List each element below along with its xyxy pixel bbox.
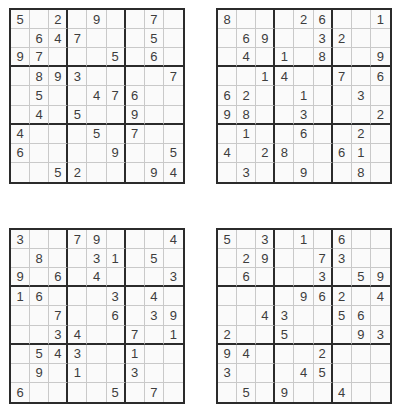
cell-r5c7[interactable] [126, 306, 145, 325]
cell-r7c1: 9 [218, 345, 237, 364]
cell-r7c8[interactable] [352, 345, 371, 364]
cell-r6c3[interactable] [256, 106, 275, 125]
cell-r5c2[interactable] [30, 306, 49, 325]
cell-r5c6[interactable] [314, 306, 333, 325]
cell-r9c7: 4 [333, 383, 352, 402]
cell-r9c2[interactable] [30, 163, 49, 182]
cell-r8c7[interactable] [333, 364, 352, 383]
cell-r1c1: 3 [11, 230, 30, 249]
cell-r9c1[interactable] [218, 163, 237, 182]
cell-r7c2: 1 [237, 125, 256, 144]
cell-r2c9[interactable] [371, 249, 390, 268]
cell-r7c5[interactable] [87, 345, 106, 364]
cell-r2c9[interactable] [371, 29, 390, 48]
cell-r4c7: 7 [333, 67, 352, 86]
cell-r5c6: 6 [107, 306, 126, 325]
cell-r4c7[interactable] [126, 287, 145, 306]
cell-r8c5: 4 [294, 364, 313, 383]
cell-r9c1[interactable] [11, 163, 30, 182]
cell-r1c7[interactable] [126, 10, 145, 29]
cell-r8c2[interactable] [237, 144, 256, 163]
cell-r7c5: 6 [294, 125, 313, 144]
cell-r9c6[interactable] [314, 383, 333, 402]
cell-r9c2[interactable] [30, 383, 49, 402]
cell-r6c2: 8 [237, 106, 256, 125]
cell-r9c1: 6 [11, 383, 30, 402]
cell-r3c6[interactable] [107, 268, 126, 287]
cell-r8c8: 1 [352, 144, 371, 163]
cell-r2c3: 9 [256, 29, 275, 48]
cell-r9c8: 8 [352, 163, 371, 182]
cell-r2c5[interactable] [294, 29, 313, 48]
cell-r8c5[interactable] [294, 144, 313, 163]
cell-r6c2[interactable] [30, 326, 49, 345]
cell-r6c7[interactable] [333, 106, 352, 125]
cell-r7c6[interactable] [314, 125, 333, 144]
cell-r1c1: 5 [218, 230, 237, 249]
cell-r6c8[interactable] [145, 106, 164, 125]
cell-r6c3: 3 [49, 326, 68, 345]
cell-r6c6[interactable] [314, 326, 333, 345]
cell-r9c7[interactable] [126, 383, 145, 402]
cell-r5c1[interactable] [11, 86, 30, 105]
cell-r9c4[interactable] [275, 163, 294, 182]
cell-r4c1[interactable] [218, 287, 237, 306]
cell-r3c5[interactable] [294, 48, 313, 67]
cell-r2c8[interactable] [352, 29, 371, 48]
cell-r1c6[interactable] [107, 10, 126, 29]
cell-r4c4[interactable] [275, 287, 294, 306]
cell-r1c8[interactable] [145, 230, 164, 249]
cell-r4c1: 1 [11, 287, 30, 306]
cell-r3c1[interactable] [218, 268, 237, 287]
cell-r3c7[interactable] [126, 268, 145, 287]
cell-r6c8[interactable] [145, 326, 164, 345]
cell-r2c2: 6 [237, 29, 256, 48]
cell-r4c2[interactable] [237, 67, 256, 86]
cell-r6c3[interactable] [256, 326, 275, 345]
cell-r1c5: 1 [294, 230, 313, 249]
cell-r6c6[interactable] [107, 326, 126, 345]
cell-r2c8[interactable] [352, 249, 371, 268]
cell-r2c7: 2 [333, 29, 352, 48]
cell-r2c3: 4 [49, 29, 68, 48]
cell-r3c3: 6 [49, 268, 68, 287]
cell-r9c3: 5 [49, 163, 68, 182]
cell-r2c1[interactable] [218, 249, 237, 268]
cell-r8c2[interactable] [30, 144, 49, 163]
cell-r7c8: 2 [352, 125, 371, 144]
cell-r7c9[interactable] [164, 125, 183, 144]
cell-r4c6[interactable] [107, 67, 126, 86]
cell-r2c7[interactable] [126, 249, 145, 268]
cell-r4c8[interactable] [145, 67, 164, 86]
cell-r5c7: 5 [333, 306, 352, 325]
cell-r1c2[interactable] [30, 10, 49, 29]
cell-r8c4[interactable] [275, 364, 294, 383]
cell-r2c6: 1 [107, 249, 126, 268]
cell-r8c3: 2 [256, 144, 275, 163]
sudoku-sheet: 529764759756893754764594576955294 826169… [0, 0, 400, 413]
cell-r2c4[interactable] [275, 249, 294, 268]
cell-r8c1[interactable] [11, 364, 30, 383]
cell-r8c4: 8 [275, 144, 294, 163]
cell-r7c8[interactable] [145, 345, 164, 364]
cell-r1c6[interactable] [314, 230, 333, 249]
cell-r8c3[interactable] [49, 144, 68, 163]
cell-r5c5[interactable] [87, 306, 106, 325]
cell-r6c1: 2 [218, 326, 237, 345]
cell-r7c9[interactable] [371, 125, 390, 144]
cell-r2c5[interactable] [87, 29, 106, 48]
cell-r3c5[interactable] [87, 48, 106, 67]
cell-r3c4[interactable] [275, 268, 294, 287]
cell-r6c8[interactable] [352, 106, 371, 125]
cell-r4c2[interactable] [237, 287, 256, 306]
cell-r2c3[interactable] [49, 249, 68, 268]
cell-r9c8: 7 [145, 383, 164, 402]
cell-r5c4[interactable] [275, 86, 294, 105]
cell-r5c4: 3 [275, 306, 294, 325]
cell-r3c7[interactable] [333, 48, 352, 67]
cell-r1c4[interactable] [275, 230, 294, 249]
cell-r3c7[interactable] [333, 268, 352, 287]
cell-r7c6[interactable] [107, 125, 126, 144]
cell-r1c6: 6 [314, 10, 333, 29]
cell-r8c6: 9 [107, 144, 126, 163]
cell-r5c5[interactable] [294, 306, 313, 325]
cell-r4c8: 4 [145, 287, 164, 306]
cell-r1c5: 9 [87, 230, 106, 249]
cell-r6c8: 9 [352, 326, 371, 345]
cell-r9c7[interactable] [333, 163, 352, 182]
cell-r3c2: 7 [30, 48, 49, 67]
cell-r4c7[interactable] [126, 67, 145, 86]
cell-r2c1[interactable] [218, 29, 237, 48]
cell-r3c7[interactable] [126, 48, 145, 67]
cell-r9c1[interactable] [218, 383, 237, 402]
cell-r9c6[interactable] [107, 163, 126, 182]
cell-r7c3[interactable] [256, 125, 275, 144]
cell-r1c2[interactable] [237, 230, 256, 249]
cell-r8c4[interactable] [68, 144, 87, 163]
cell-r5c4[interactable] [68, 86, 87, 105]
cell-r1c7[interactable] [333, 10, 352, 29]
cell-r6c1[interactable] [11, 326, 30, 345]
cell-r4c3[interactable] [256, 287, 275, 306]
cell-r9c7[interactable] [126, 163, 145, 182]
cell-r4c3[interactable] [49, 287, 68, 306]
cell-r7c5[interactable] [294, 345, 313, 364]
cell-r7c3[interactable] [256, 345, 275, 364]
cell-r1c9[interactable] [164, 10, 183, 29]
cell-r8c7: 6 [333, 144, 352, 163]
cell-r3c9: 9 [371, 48, 390, 67]
cell-r7c6[interactable] [107, 345, 126, 364]
cell-r8c1: 3 [218, 364, 237, 383]
cell-r1c6[interactable] [107, 230, 126, 249]
cell-r6c5[interactable] [87, 326, 106, 345]
cell-r7c4: 3 [68, 345, 87, 364]
cell-r6c9: 2 [371, 106, 390, 125]
cell-r7c5: 5 [87, 125, 106, 144]
cell-r7c6: 2 [314, 345, 333, 364]
cell-r3c2: 4 [237, 48, 256, 67]
cell-r7c4[interactable] [275, 345, 294, 364]
cell-r3c3[interactable] [256, 48, 275, 67]
cell-r9c8[interactable] [352, 383, 371, 402]
cell-r8c3[interactable] [256, 364, 275, 383]
cell-r4c8[interactable] [352, 287, 371, 306]
cell-r8c8[interactable] [145, 144, 164, 163]
cell-r6c5: 3 [294, 106, 313, 125]
cell-r6c6[interactable] [314, 106, 333, 125]
cell-r5c8: 3 [352, 86, 371, 105]
cell-r9c5: 9 [294, 163, 313, 182]
cell-r2c8: 5 [145, 29, 164, 48]
cell-r9c4: 2 [68, 163, 87, 182]
cell-r5c2[interactable] [237, 306, 256, 325]
cell-r5c2: 2 [237, 86, 256, 105]
cell-r3c5[interactable] [294, 268, 313, 287]
cell-r3c3[interactable] [49, 48, 68, 67]
cell-r2c4: 7 [68, 29, 87, 48]
cell-r8c6[interactable] [314, 144, 333, 163]
cell-r4c5[interactable] [294, 67, 313, 86]
cell-r5c1[interactable] [11, 306, 30, 325]
cell-r4c1[interactable] [11, 67, 30, 86]
cell-r5c3: 4 [256, 306, 275, 325]
cell-r9c5[interactable] [87, 383, 106, 402]
cell-r2c9[interactable] [164, 249, 183, 268]
cell-r8c2: 9 [30, 364, 49, 383]
cell-r9c9[interactable] [371, 383, 390, 402]
cell-r2c2: 8 [30, 249, 49, 268]
cell-r2c6[interactable] [107, 29, 126, 48]
cell-r6c1: 9 [218, 106, 237, 125]
cell-r6c2[interactable] [237, 326, 256, 345]
cell-r9c9[interactable] [371, 163, 390, 182]
cell-r1c3: 2 [49, 10, 68, 29]
cell-r5c8: 6 [352, 306, 371, 325]
cell-r9c6[interactable] [314, 163, 333, 182]
cell-r8c5[interactable] [87, 364, 106, 383]
cell-r2c2: 2 [237, 249, 256, 268]
cell-r4c4: 4 [275, 67, 294, 86]
cell-r1c4[interactable] [275, 10, 294, 29]
cell-r3c9[interactable] [164, 48, 183, 67]
cell-r3c1: 9 [11, 268, 30, 287]
cell-r2c8: 5 [145, 249, 164, 268]
cell-r6c5[interactable] [294, 326, 313, 345]
cell-r8c3[interactable] [49, 364, 68, 383]
cell-r6c9: 3 [371, 326, 390, 345]
cell-r8c7[interactable] [126, 144, 145, 163]
cell-r8c1: 6 [11, 144, 30, 163]
cell-r9c2: 3 [237, 163, 256, 182]
cell-r3c2: 6 [237, 268, 256, 287]
cell-r7c9[interactable] [164, 345, 183, 364]
cell-r1c7: 6 [333, 230, 352, 249]
cell-r4c4[interactable] [68, 287, 87, 306]
cell-r5c5: 1 [294, 86, 313, 105]
cell-r5c2: 5 [30, 86, 49, 105]
cell-r9c5[interactable] [294, 383, 313, 402]
cell-r2c7: 3 [333, 249, 352, 268]
cell-r6c4: 5 [68, 106, 87, 125]
cell-r4c9[interactable] [164, 287, 183, 306]
cell-r2c5[interactable] [294, 249, 313, 268]
cell-r2c3: 9 [256, 249, 275, 268]
cell-r6c4[interactable] [275, 106, 294, 125]
cell-r2c4[interactable] [68, 249, 87, 268]
sudoku-board-bottom-left: 3794831596431634763934715431913657 [9, 228, 185, 404]
cell-r7c2[interactable] [30, 125, 49, 144]
cell-r7c1[interactable] [11, 345, 30, 364]
cell-r7c1: 4 [11, 125, 30, 144]
cell-r9c4: 9 [275, 383, 294, 402]
cell-r9c4[interactable] [68, 383, 87, 402]
cell-r4c6[interactable] [314, 67, 333, 86]
cell-r3c2[interactable] [30, 268, 49, 287]
cell-r1c5: 2 [294, 10, 313, 29]
cell-r5c1[interactable] [218, 306, 237, 325]
cell-r5c4[interactable] [68, 306, 87, 325]
cell-r9c2: 5 [237, 383, 256, 402]
cell-r7c3[interactable] [49, 125, 68, 144]
cell-r5c6[interactable] [314, 86, 333, 105]
cell-r5c9[interactable] [164, 86, 183, 105]
cell-r6c7[interactable] [333, 326, 352, 345]
cell-r7c7[interactable] [333, 345, 352, 364]
cell-r1c8[interactable] [352, 230, 371, 249]
cell-r3c8[interactable] [352, 48, 371, 67]
cell-r6c6[interactable] [107, 106, 126, 125]
cell-r3c4[interactable] [68, 268, 87, 287]
cell-r5c8[interactable] [145, 86, 164, 105]
cell-r3c8: 5 [352, 268, 371, 287]
cell-r8c2[interactable] [237, 364, 256, 383]
cell-r4c5: 9 [294, 287, 313, 306]
cell-r9c3[interactable] [256, 383, 275, 402]
cell-r8c4: 1 [68, 364, 87, 383]
cell-r4c1[interactable] [218, 67, 237, 86]
cell-r8c9[interactable] [371, 364, 390, 383]
cell-r1c3[interactable] [49, 230, 68, 249]
cell-r7c7: 1 [126, 345, 145, 364]
cell-r6c5[interactable] [87, 106, 106, 125]
cell-r7c7[interactable] [333, 125, 352, 144]
cell-r2c7[interactable] [126, 29, 145, 48]
cell-r6c4: 5 [275, 326, 294, 345]
cell-r8c8[interactable] [352, 364, 371, 383]
cell-r3c1: 9 [11, 48, 30, 67]
cell-r5c5: 4 [87, 86, 106, 105]
cell-r4c5[interactable] [87, 67, 106, 86]
cell-r8c6[interactable] [107, 364, 126, 383]
cell-r2c9[interactable] [164, 29, 183, 48]
cell-r2c2: 6 [30, 29, 49, 48]
cell-r2c6: 3 [314, 29, 333, 48]
cell-r9c3[interactable] [256, 163, 275, 182]
cell-r9c9[interactable] [164, 383, 183, 402]
cell-r5c7[interactable] [333, 86, 352, 105]
cell-r3c4[interactable] [68, 48, 87, 67]
cell-r7c4[interactable] [275, 125, 294, 144]
cell-r7c3: 4 [49, 345, 68, 364]
cell-r8c8[interactable] [145, 364, 164, 383]
cell-r4c4: 3 [68, 67, 87, 86]
cell-r2c5: 3 [87, 249, 106, 268]
puzzle-layout: 529764759756893754764594576955294 826169… [0, 0, 400, 404]
cell-r1c4[interactable] [68, 10, 87, 29]
cell-r5c3[interactable] [256, 86, 275, 105]
cell-r8c5[interactable] [87, 144, 106, 163]
cell-r8c6: 5 [314, 364, 333, 383]
cell-r6c4: 4 [68, 326, 87, 345]
cell-r9c6: 5 [107, 383, 126, 402]
cell-r3c8[interactable] [145, 268, 164, 287]
cell-r3c3[interactable] [256, 268, 275, 287]
cell-r1c4: 7 [68, 230, 87, 249]
cell-r4c6: 3 [107, 287, 126, 306]
cell-r2c1[interactable] [11, 249, 30, 268]
cell-r5c1: 6 [218, 86, 237, 105]
cell-r8c9[interactable] [164, 364, 183, 383]
cell-r3c1[interactable] [218, 48, 237, 67]
cell-r1c2[interactable] [30, 230, 49, 249]
cell-r2c4[interactable] [275, 29, 294, 48]
cell-r1c9: 1 [371, 10, 390, 29]
cell-r7c4[interactable] [68, 125, 87, 144]
cell-r6c9[interactable] [164, 106, 183, 125]
cell-r1c1: 5 [11, 10, 30, 29]
cell-r9c3[interactable] [49, 383, 68, 402]
cell-r3c8: 6 [145, 48, 164, 67]
cell-r8c9[interactable] [371, 144, 390, 163]
cell-r4c5[interactable] [87, 287, 106, 306]
cell-r7c9[interactable] [371, 345, 390, 364]
cell-r1c8[interactable] [352, 10, 371, 29]
cell-r4c3: 9 [49, 67, 68, 86]
cell-r4c9: 4 [371, 287, 390, 306]
cell-r7c2: 5 [30, 345, 49, 364]
cell-r3c6: 8 [314, 48, 333, 67]
cell-r2c1[interactable] [11, 29, 30, 48]
cell-r6c1[interactable] [11, 106, 30, 125]
cell-r1c9[interactable] [371, 230, 390, 249]
cell-r7c8[interactable] [145, 125, 164, 144]
cell-r8c1: 4 [218, 144, 237, 163]
cell-r7c1[interactable] [218, 125, 237, 144]
cell-r5c9[interactable] [371, 306, 390, 325]
cell-r1c3[interactable] [256, 10, 275, 29]
cell-r4c7: 2 [333, 287, 352, 306]
cell-r5c8: 3 [145, 306, 164, 325]
cell-r4c2: 8 [30, 67, 49, 86]
cell-r3c6: 3 [314, 268, 333, 287]
cell-r6c3[interactable] [49, 106, 68, 125]
cell-r1c2[interactable] [237, 10, 256, 29]
cell-r4c9: 6 [371, 67, 390, 86]
cell-r5c9[interactable] [371, 86, 390, 105]
cell-r4c8[interactable] [352, 67, 371, 86]
cell-r5c3[interactable] [49, 86, 68, 105]
cell-r1c7[interactable] [126, 230, 145, 249]
cell-r3c4: 1 [275, 48, 294, 67]
cell-r6c7: 7 [126, 326, 145, 345]
cell-r9c5[interactable] [87, 163, 106, 182]
